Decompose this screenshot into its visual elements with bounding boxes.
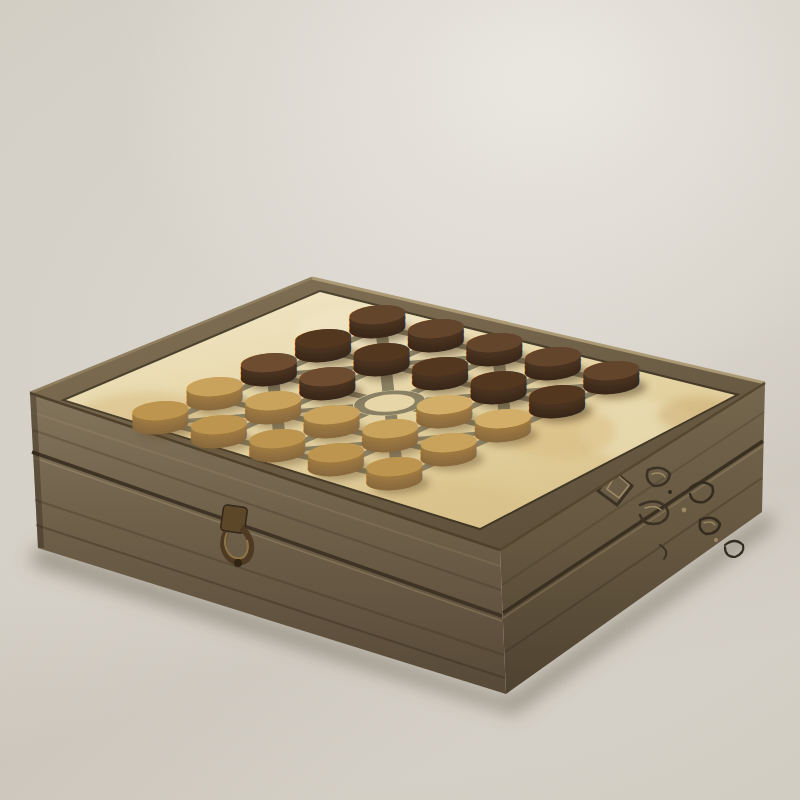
photo-scene: ●●●●●●●●●●●●●●●●●●●●●●●●	[0, 0, 800, 800]
